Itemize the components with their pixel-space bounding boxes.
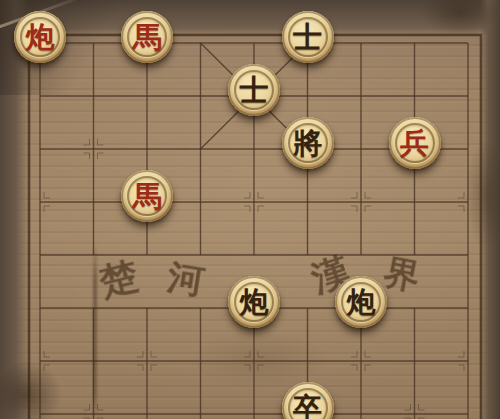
piece-glyph: 士 xyxy=(293,23,322,52)
piece-red-cannon-a[interactable]: 炮 xyxy=(14,11,66,63)
piece-glyph: 炮 xyxy=(347,288,376,317)
piece-red-horse-a[interactable]: 馬 xyxy=(121,11,173,63)
piece-layer: 炮馬士士將兵馬炮炮卒 xyxy=(0,0,500,419)
piece-glyph: 炮 xyxy=(26,23,55,52)
piece-black-advisor-b[interactable]: 士 xyxy=(228,64,280,116)
piece-black-cannon-b[interactable]: 炮 xyxy=(335,276,387,328)
piece-glyph: 將 xyxy=(293,129,322,158)
xiangqi-game-screen: 楚 河 漢 界 炮馬士士將兵馬炮炮卒 xyxy=(0,0,500,419)
piece-glyph: 炮 xyxy=(240,288,269,317)
piece-black-soldier-a[interactable]: 卒 xyxy=(282,382,334,419)
piece-black-general[interactable]: 將 xyxy=(282,117,334,169)
piece-red-soldier-a[interactable]: 兵 xyxy=(389,117,441,169)
piece-black-advisor-a[interactable]: 士 xyxy=(282,11,334,63)
piece-glyph: 士 xyxy=(240,76,269,105)
piece-black-cannon-a[interactable]: 炮 xyxy=(228,276,280,328)
piece-glyph: 馬 xyxy=(133,23,162,52)
piece-glyph: 馬 xyxy=(133,182,162,211)
piece-glyph: 卒 xyxy=(293,394,322,419)
piece-glyph: 兵 xyxy=(400,129,429,158)
piece-red-horse-b[interactable]: 馬 xyxy=(121,170,173,222)
